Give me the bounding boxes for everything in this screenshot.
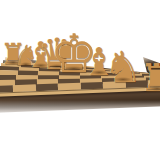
piece-shadow (149, 86, 160, 91)
knight-glyph: ♞ (104, 46, 143, 89)
rook-glyph: ♜ (140, 59, 160, 97)
background-bottom-fade (0, 100, 160, 160)
chess-set-photo: ♜♞♝♛♚♝♞♜ (0, 0, 160, 160)
piece-shadow (114, 77, 133, 82)
